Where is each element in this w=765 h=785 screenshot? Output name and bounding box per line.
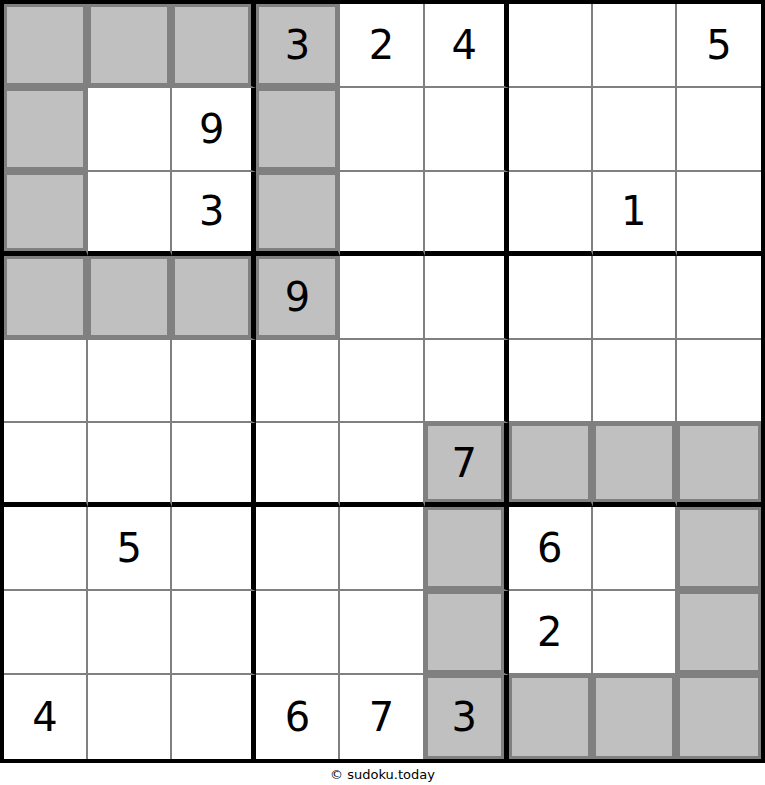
cell-r1c2[interactable] bbox=[88, 4, 172, 88]
cell-r5c9[interactable] bbox=[677, 340, 761, 424]
cell-r1c4[interactable]: 3 bbox=[256, 4, 340, 88]
cell-r9c1[interactable]: 4 bbox=[4, 675, 88, 759]
cell-r5c1[interactable] bbox=[4, 340, 88, 424]
footer: © sudoku.today bbox=[0, 763, 765, 785]
cell-r2c2[interactable] bbox=[88, 88, 172, 172]
page: 3245931975624673 © sudoku.today bbox=[0, 0, 765, 785]
cell-r5c4[interactable] bbox=[256, 340, 340, 424]
cell-r3c4[interactable] bbox=[256, 172, 340, 256]
cell-r7c4[interactable] bbox=[256, 507, 340, 591]
cell-r4c1[interactable] bbox=[4, 256, 88, 340]
cell-r9c9[interactable] bbox=[677, 675, 761, 759]
cell-r6c7[interactable] bbox=[509, 423, 593, 507]
cell-r1c9[interactable]: 5 bbox=[677, 4, 761, 88]
cell-r3c6[interactable] bbox=[425, 172, 509, 256]
cell-r8c1[interactable] bbox=[4, 591, 88, 675]
credit-text: © sudoku.today bbox=[330, 767, 435, 782]
cell-r2c8[interactable] bbox=[593, 88, 677, 172]
cell-r4c7[interactable] bbox=[509, 256, 593, 340]
cell-r6c5[interactable] bbox=[340, 423, 424, 507]
cell-r1c6[interactable]: 4 bbox=[425, 4, 509, 88]
cell-r2c9[interactable] bbox=[677, 88, 761, 172]
cell-r7c3[interactable] bbox=[172, 507, 256, 591]
cell-r9c5[interactable]: 7 bbox=[340, 675, 424, 759]
cell-r5c6[interactable] bbox=[425, 340, 509, 424]
cell-r8c2[interactable] bbox=[88, 591, 172, 675]
cell-r3c7[interactable] bbox=[509, 172, 593, 256]
cell-r8c3[interactable] bbox=[172, 591, 256, 675]
cell-r7c7[interactable]: 6 bbox=[509, 507, 593, 591]
cell-r8c7[interactable]: 2 bbox=[509, 591, 593, 675]
cell-r4c4[interactable]: 9 bbox=[256, 256, 340, 340]
cell-r3c5[interactable] bbox=[340, 172, 424, 256]
cell-r2c6[interactable] bbox=[425, 88, 509, 172]
cell-r7c8[interactable] bbox=[593, 507, 677, 591]
cell-r7c9[interactable] bbox=[677, 507, 761, 591]
cell-r3c3[interactable]: 3 bbox=[172, 172, 256, 256]
cell-r9c4[interactable]: 6 bbox=[256, 675, 340, 759]
cell-r6c4[interactable] bbox=[256, 423, 340, 507]
cell-r5c5[interactable] bbox=[340, 340, 424, 424]
cell-r5c8[interactable] bbox=[593, 340, 677, 424]
cell-r7c5[interactable] bbox=[340, 507, 424, 591]
cell-r4c8[interactable] bbox=[593, 256, 677, 340]
cell-r8c4[interactable] bbox=[256, 591, 340, 675]
cell-r6c8[interactable] bbox=[593, 423, 677, 507]
cell-r1c7[interactable] bbox=[509, 4, 593, 88]
cell-r9c6[interactable]: 3 bbox=[425, 675, 509, 759]
cell-r4c2[interactable] bbox=[88, 256, 172, 340]
cell-r9c8[interactable] bbox=[593, 675, 677, 759]
cell-r2c3[interactable]: 9 bbox=[172, 88, 256, 172]
cell-r8c6[interactable] bbox=[425, 591, 509, 675]
cell-r5c7[interactable] bbox=[509, 340, 593, 424]
cell-r7c2[interactable]: 5 bbox=[88, 507, 172, 591]
cell-r2c1[interactable] bbox=[4, 88, 88, 172]
cell-r7c6[interactable] bbox=[425, 507, 509, 591]
cell-r4c6[interactable] bbox=[425, 256, 509, 340]
cell-r3c9[interactable] bbox=[677, 172, 761, 256]
cell-r4c5[interactable] bbox=[340, 256, 424, 340]
cell-r3c8[interactable]: 1 bbox=[593, 172, 677, 256]
cell-r2c7[interactable] bbox=[509, 88, 593, 172]
cell-r2c5[interactable] bbox=[340, 88, 424, 172]
cell-r9c2[interactable] bbox=[88, 675, 172, 759]
sudoku-board: 3245931975624673 bbox=[0, 0, 765, 763]
cell-r5c3[interactable] bbox=[172, 340, 256, 424]
cell-r6c9[interactable] bbox=[677, 423, 761, 507]
cell-r1c1[interactable] bbox=[4, 4, 88, 88]
cell-r8c8[interactable] bbox=[593, 591, 677, 675]
cell-r8c9[interactable] bbox=[677, 591, 761, 675]
cell-r3c2[interactable] bbox=[88, 172, 172, 256]
cell-r6c6[interactable]: 7 bbox=[425, 423, 509, 507]
cell-r6c2[interactable] bbox=[88, 423, 172, 507]
cell-r1c8[interactable] bbox=[593, 4, 677, 88]
cell-r4c3[interactable] bbox=[172, 256, 256, 340]
cell-r5c2[interactable] bbox=[88, 340, 172, 424]
cell-r8c5[interactable] bbox=[340, 591, 424, 675]
cell-r3c1[interactable] bbox=[4, 172, 88, 256]
cell-r1c5[interactable]: 2 bbox=[340, 4, 424, 88]
cell-r9c3[interactable] bbox=[172, 675, 256, 759]
cell-r2c4[interactable] bbox=[256, 88, 340, 172]
cell-r6c1[interactable] bbox=[4, 423, 88, 507]
cell-r1c3[interactable] bbox=[172, 4, 256, 88]
cell-r6c3[interactable] bbox=[172, 423, 256, 507]
cell-r7c1[interactable] bbox=[4, 507, 88, 591]
cell-r4c9[interactable] bbox=[677, 256, 761, 340]
cell-r9c7[interactable] bbox=[509, 675, 593, 759]
